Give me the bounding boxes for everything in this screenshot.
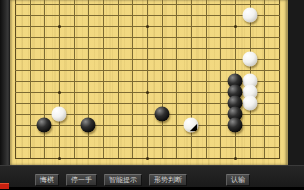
grid-hline — [15, 147, 280, 148]
window-left-edge — [0, 0, 10, 190]
evaluate-button[interactable]: 形势判断 — [149, 174, 187, 186]
black-stone-C7 — [37, 117, 52, 132]
grid-hline — [15, 48, 280, 49]
toolbar-button-row: 悔棋 停一手 智能提示 形势判断 认输 — [35, 174, 257, 186]
grid-hline — [15, 15, 280, 16]
window-bottom-edge — [0, 187, 304, 190]
grid-hline — [15, 70, 280, 71]
grid-hline — [15, 136, 280, 137]
grid-hline — [15, 37, 280, 38]
black-stone-L8 — [154, 106, 169, 121]
resign-button[interactable]: 认输 — [226, 174, 250, 186]
grid-hline — [15, 4, 280, 5]
white-stone-N7 — [184, 117, 199, 132]
pass-button[interactable]: 停一手 — [66, 174, 97, 186]
hint-button[interactable]: 智能提示 — [104, 174, 142, 186]
last-move-marker — [190, 123, 198, 131]
white-stone-R17 — [242, 7, 257, 22]
black-stone-Q7 — [228, 117, 243, 132]
star-point — [58, 91, 61, 94]
star-point — [146, 157, 149, 160]
star-point — [234, 25, 237, 28]
white-stone-R9 — [242, 95, 257, 110]
star-point — [234, 157, 237, 160]
star-point — [146, 91, 149, 94]
undo-button[interactable]: 悔棋 — [35, 174, 59, 186]
star-point — [58, 25, 61, 28]
star-point — [146, 25, 149, 28]
white-stone-R13 — [242, 51, 257, 66]
go-board[interactable] — [10, 0, 288, 165]
star-point — [58, 157, 61, 160]
white-stone-D8 — [52, 106, 67, 121]
grid-hline — [15, 59, 280, 60]
black-stone-F7 — [81, 117, 96, 132]
taskbar-red-icon — [0, 183, 9, 189]
